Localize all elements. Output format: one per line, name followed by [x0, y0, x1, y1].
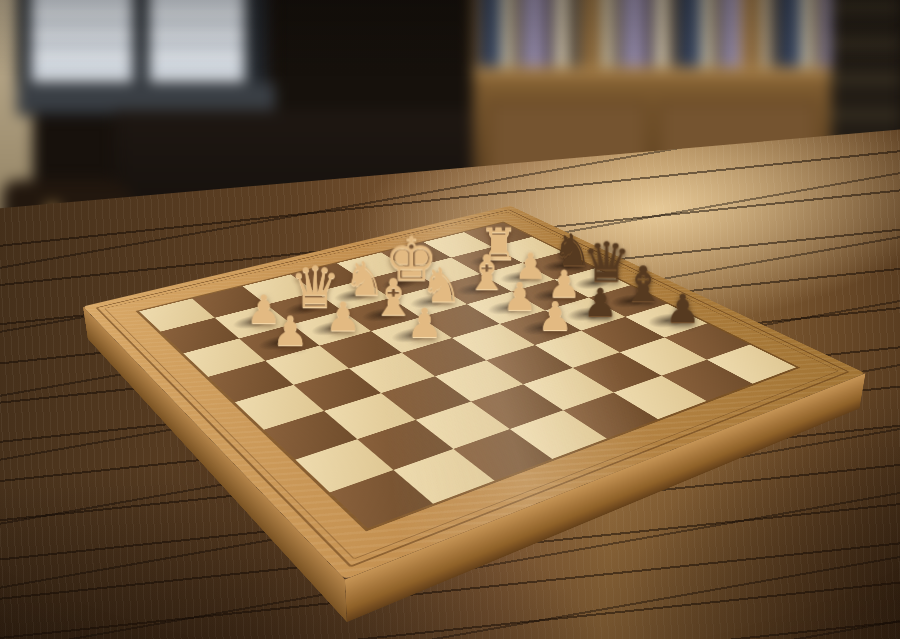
- white-pawn-glyph: ♟: [260, 310, 320, 351]
- shelf-board: [473, 67, 837, 83]
- book-row: [479, 0, 831, 69]
- window-pane: [149, 0, 245, 81]
- study-scene: ♟♛♞♚♜♟♟♝♞♝♟♞♟♟♟♛♟♟♝♟: [0, 0, 900, 639]
- window-pane: [31, 0, 133, 81]
- window: [17, 0, 267, 115]
- window-sill: [17, 83, 287, 111]
- white-pawn-glyph: ♟: [395, 303, 455, 343]
